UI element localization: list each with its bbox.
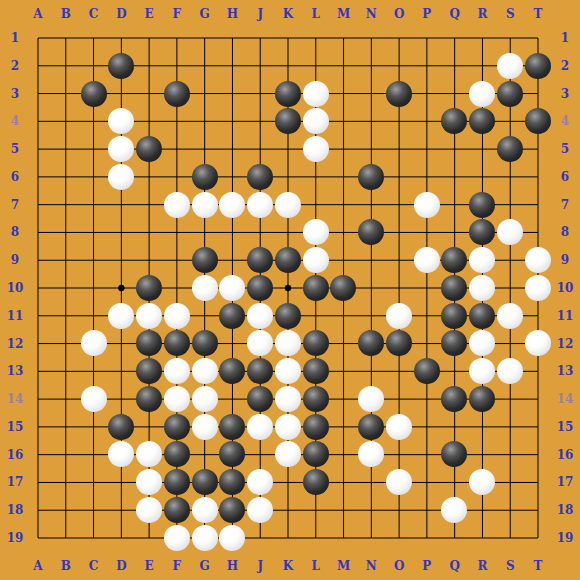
cell-N1[interactable] (357, 24, 385, 52)
cell-K8[interactable] (274, 218, 302, 246)
cell-A18[interactable] (24, 496, 52, 524)
cell-A15[interactable] (24, 413, 52, 441)
cell-Q14[interactable] (441, 385, 469, 413)
cell-P5[interactable] (413, 135, 441, 163)
cell-G5[interactable] (191, 135, 219, 163)
cell-H4[interactable] (218, 107, 246, 135)
cell-Q11[interactable] (441, 302, 469, 330)
cell-G4[interactable] (191, 107, 219, 135)
cell-T9[interactable] (524, 246, 552, 274)
cell-O6[interactable] (385, 163, 413, 191)
cell-S13[interactable] (496, 357, 524, 385)
cell-E5[interactable] (135, 135, 163, 163)
cell-K10[interactable] (274, 274, 302, 302)
cell-C13[interactable] (80, 357, 108, 385)
cell-G1[interactable] (191, 24, 219, 52)
cell-O18[interactable] (385, 496, 413, 524)
cell-M13[interactable] (330, 357, 358, 385)
cell-J1[interactable] (246, 24, 274, 52)
cell-Q12[interactable] (441, 330, 469, 358)
cell-O3[interactable] (385, 80, 413, 108)
cell-S15[interactable] (496, 413, 524, 441)
cell-J12[interactable] (246, 330, 274, 358)
cell-R1[interactable] (468, 24, 496, 52)
cell-F3[interactable] (163, 80, 191, 108)
cell-P14[interactable] (413, 385, 441, 413)
cell-J16[interactable] (246, 441, 274, 469)
cell-D10[interactable] (107, 274, 135, 302)
cell-L13[interactable] (302, 357, 330, 385)
cell-O10[interactable] (385, 274, 413, 302)
cell-Q19[interactable] (441, 524, 469, 552)
cell-S10[interactable] (496, 274, 524, 302)
cell-P17[interactable] (413, 468, 441, 496)
cell-E17[interactable] (135, 468, 163, 496)
cell-F15[interactable] (163, 413, 191, 441)
cell-Q2[interactable] (441, 52, 469, 80)
cell-B18[interactable] (52, 496, 80, 524)
cell-H14[interactable] (218, 385, 246, 413)
cell-G17[interactable] (191, 468, 219, 496)
cell-E9[interactable] (135, 246, 163, 274)
cell-B2[interactable] (52, 52, 80, 80)
cell-H12[interactable] (218, 330, 246, 358)
cell-L14[interactable] (302, 385, 330, 413)
cell-S1[interactable] (496, 24, 524, 52)
cell-Q7[interactable] (441, 191, 469, 219)
cell-C1[interactable] (80, 24, 108, 52)
cell-M10[interactable] (330, 274, 358, 302)
cell-Q15[interactable] (441, 413, 469, 441)
cell-F5[interactable] (163, 135, 191, 163)
cell-O15[interactable] (385, 413, 413, 441)
cell-C2[interactable] (80, 52, 108, 80)
cell-T2[interactable] (524, 52, 552, 80)
cell-N3[interactable] (357, 80, 385, 108)
cell-N16[interactable] (357, 441, 385, 469)
cell-D12[interactable] (107, 330, 135, 358)
cell-B19[interactable] (52, 524, 80, 552)
cell-A17[interactable] (24, 468, 52, 496)
cell-S18[interactable] (496, 496, 524, 524)
cell-O2[interactable] (385, 52, 413, 80)
cell-E8[interactable] (135, 218, 163, 246)
cell-H11[interactable] (218, 302, 246, 330)
cell-E19[interactable] (135, 524, 163, 552)
cell-N18[interactable] (357, 496, 385, 524)
cell-A5[interactable] (24, 135, 52, 163)
cell-G12[interactable] (191, 330, 219, 358)
cell-J13[interactable] (246, 357, 274, 385)
cell-K1[interactable] (274, 24, 302, 52)
cell-O17[interactable] (385, 468, 413, 496)
cell-R9[interactable] (468, 246, 496, 274)
cell-K5[interactable] (274, 135, 302, 163)
cell-H5[interactable] (218, 135, 246, 163)
cell-P7[interactable] (413, 191, 441, 219)
cell-D2[interactable] (107, 52, 135, 80)
cell-O16[interactable] (385, 441, 413, 469)
cell-N19[interactable] (357, 524, 385, 552)
cell-K12[interactable] (274, 330, 302, 358)
cell-T17[interactable] (524, 468, 552, 496)
cell-T4[interactable] (524, 107, 552, 135)
cell-M12[interactable] (330, 330, 358, 358)
cell-S2[interactable] (496, 52, 524, 80)
cell-D9[interactable] (107, 246, 135, 274)
cell-Q1[interactable] (441, 24, 469, 52)
cell-L7[interactable] (302, 191, 330, 219)
cell-F11[interactable] (163, 302, 191, 330)
cell-O7[interactable] (385, 191, 413, 219)
cell-D14[interactable] (107, 385, 135, 413)
cell-L3[interactable] (302, 80, 330, 108)
cell-O19[interactable] (385, 524, 413, 552)
cell-E11[interactable] (135, 302, 163, 330)
cell-R5[interactable] (468, 135, 496, 163)
cell-B11[interactable] (52, 302, 80, 330)
cell-M18[interactable] (330, 496, 358, 524)
cell-E13[interactable] (135, 357, 163, 385)
cell-O13[interactable] (385, 357, 413, 385)
cell-L19[interactable] (302, 524, 330, 552)
cell-S9[interactable] (496, 246, 524, 274)
cell-B4[interactable] (52, 107, 80, 135)
cell-C12[interactable] (80, 330, 108, 358)
cell-O1[interactable] (385, 24, 413, 52)
cell-K16[interactable] (274, 441, 302, 469)
cell-M17[interactable] (330, 468, 358, 496)
cell-L5[interactable] (302, 135, 330, 163)
cell-F8[interactable] (163, 218, 191, 246)
cell-E18[interactable] (135, 496, 163, 524)
cell-L9[interactable] (302, 246, 330, 274)
cell-C16[interactable] (80, 441, 108, 469)
cell-D4[interactable] (107, 107, 135, 135)
cell-J19[interactable] (246, 524, 274, 552)
cell-R14[interactable] (468, 385, 496, 413)
cell-L1[interactable] (302, 24, 330, 52)
cell-D11[interactable] (107, 302, 135, 330)
cell-E14[interactable] (135, 385, 163, 413)
cell-J4[interactable] (246, 107, 274, 135)
cell-C8[interactable] (80, 218, 108, 246)
cell-H3[interactable] (218, 80, 246, 108)
cell-F19[interactable] (163, 524, 191, 552)
cell-P15[interactable] (413, 413, 441, 441)
cell-O12[interactable] (385, 330, 413, 358)
cell-J15[interactable] (246, 413, 274, 441)
cell-M14[interactable] (330, 385, 358, 413)
cell-B12[interactable] (52, 330, 80, 358)
cell-S5[interactable] (496, 135, 524, 163)
cell-C14[interactable] (80, 385, 108, 413)
cell-A3[interactable] (24, 80, 52, 108)
cell-P9[interactable] (413, 246, 441, 274)
cell-K17[interactable] (274, 468, 302, 496)
cell-R19[interactable] (468, 524, 496, 552)
cell-F4[interactable] (163, 107, 191, 135)
cell-Q5[interactable] (441, 135, 469, 163)
cell-K11[interactable] (274, 302, 302, 330)
cell-A2[interactable] (24, 52, 52, 80)
cell-G11[interactable] (191, 302, 219, 330)
cell-D16[interactable] (107, 441, 135, 469)
cell-K4[interactable] (274, 107, 302, 135)
cell-R15[interactable] (468, 413, 496, 441)
cell-G9[interactable] (191, 246, 219, 274)
cell-F16[interactable] (163, 441, 191, 469)
cell-M7[interactable] (330, 191, 358, 219)
cell-F6[interactable] (163, 163, 191, 191)
cell-Q18[interactable] (441, 496, 469, 524)
cell-E15[interactable] (135, 413, 163, 441)
cell-E3[interactable] (135, 80, 163, 108)
cell-L12[interactable] (302, 330, 330, 358)
cell-P19[interactable] (413, 524, 441, 552)
cell-H1[interactable] (218, 24, 246, 52)
cell-H15[interactable] (218, 413, 246, 441)
cell-G13[interactable] (191, 357, 219, 385)
cell-C18[interactable] (80, 496, 108, 524)
cell-F7[interactable] (163, 191, 191, 219)
cell-N6[interactable] (357, 163, 385, 191)
cell-P3[interactable] (413, 80, 441, 108)
cell-G15[interactable] (191, 413, 219, 441)
cell-B10[interactable] (52, 274, 80, 302)
cell-R6[interactable] (468, 163, 496, 191)
cell-O4[interactable] (385, 107, 413, 135)
cell-G8[interactable] (191, 218, 219, 246)
cell-A11[interactable] (24, 302, 52, 330)
cell-A6[interactable] (24, 163, 52, 191)
cell-C19[interactable] (80, 524, 108, 552)
cell-S17[interactable] (496, 468, 524, 496)
cell-T19[interactable] (524, 524, 552, 552)
cell-T1[interactable] (524, 24, 552, 52)
cell-N9[interactable] (357, 246, 385, 274)
cell-T18[interactable] (524, 496, 552, 524)
cell-R17[interactable] (468, 468, 496, 496)
cell-F10[interactable] (163, 274, 191, 302)
cell-T15[interactable] (524, 413, 552, 441)
cell-N12[interactable] (357, 330, 385, 358)
cell-B3[interactable] (52, 80, 80, 108)
cell-E12[interactable] (135, 330, 163, 358)
cell-H7[interactable] (218, 191, 246, 219)
cell-H19[interactable] (218, 524, 246, 552)
cell-N2[interactable] (357, 52, 385, 80)
cell-R10[interactable] (468, 274, 496, 302)
cell-O11[interactable] (385, 302, 413, 330)
cell-T12[interactable] (524, 330, 552, 358)
cell-T6[interactable] (524, 163, 552, 191)
cell-D1[interactable] (107, 24, 135, 52)
cell-B14[interactable] (52, 385, 80, 413)
cell-P8[interactable] (413, 218, 441, 246)
cell-B17[interactable] (52, 468, 80, 496)
cell-J18[interactable] (246, 496, 274, 524)
cell-O8[interactable] (385, 218, 413, 246)
cell-R16[interactable] (468, 441, 496, 469)
cell-N14[interactable] (357, 385, 385, 413)
cell-C11[interactable] (80, 302, 108, 330)
cell-M9[interactable] (330, 246, 358, 274)
cell-C5[interactable] (80, 135, 108, 163)
cell-J3[interactable] (246, 80, 274, 108)
cell-Q17[interactable] (441, 468, 469, 496)
cell-F13[interactable] (163, 357, 191, 385)
cell-F12[interactable] (163, 330, 191, 358)
cell-T5[interactable] (524, 135, 552, 163)
cell-G7[interactable] (191, 191, 219, 219)
cell-A8[interactable] (24, 218, 52, 246)
cell-B16[interactable] (52, 441, 80, 469)
cell-M5[interactable] (330, 135, 358, 163)
cell-L18[interactable] (302, 496, 330, 524)
cell-L6[interactable] (302, 163, 330, 191)
cell-L17[interactable] (302, 468, 330, 496)
cell-G6[interactable] (191, 163, 219, 191)
cell-P6[interactable] (413, 163, 441, 191)
cell-D5[interactable] (107, 135, 135, 163)
cell-E7[interactable] (135, 191, 163, 219)
cell-G14[interactable] (191, 385, 219, 413)
cell-J14[interactable] (246, 385, 274, 413)
cell-E4[interactable] (135, 107, 163, 135)
cell-L11[interactable] (302, 302, 330, 330)
cell-D13[interactable] (107, 357, 135, 385)
cell-H6[interactable] (218, 163, 246, 191)
cell-A1[interactable] (24, 24, 52, 52)
cell-B8[interactable] (52, 218, 80, 246)
cell-S19[interactable] (496, 524, 524, 552)
cell-M15[interactable] (330, 413, 358, 441)
cell-G2[interactable] (191, 52, 219, 80)
cell-B13[interactable] (52, 357, 80, 385)
cell-B1[interactable] (52, 24, 80, 52)
cell-D6[interactable] (107, 163, 135, 191)
cell-K7[interactable] (274, 191, 302, 219)
cell-E16[interactable] (135, 441, 163, 469)
cell-C4[interactable] (80, 107, 108, 135)
cell-H16[interactable] (218, 441, 246, 469)
cell-C17[interactable] (80, 468, 108, 496)
cell-N10[interactable] (357, 274, 385, 302)
cell-L10[interactable] (302, 274, 330, 302)
cell-B7[interactable] (52, 191, 80, 219)
cell-P11[interactable] (413, 302, 441, 330)
cell-A16[interactable] (24, 441, 52, 469)
cell-S3[interactable] (496, 80, 524, 108)
cell-J8[interactable] (246, 218, 274, 246)
cell-P2[interactable] (413, 52, 441, 80)
cell-R4[interactable] (468, 107, 496, 135)
cell-A10[interactable] (24, 274, 52, 302)
cell-G3[interactable] (191, 80, 219, 108)
cell-F17[interactable] (163, 468, 191, 496)
cell-J2[interactable] (246, 52, 274, 80)
cell-K15[interactable] (274, 413, 302, 441)
cell-J7[interactable] (246, 191, 274, 219)
cell-M8[interactable] (330, 218, 358, 246)
cell-E10[interactable] (135, 274, 163, 302)
cell-F14[interactable] (163, 385, 191, 413)
cell-R3[interactable] (468, 80, 496, 108)
cell-M2[interactable] (330, 52, 358, 80)
cell-S6[interactable] (496, 163, 524, 191)
cell-D17[interactable] (107, 468, 135, 496)
cell-P18[interactable] (413, 496, 441, 524)
cell-M16[interactable] (330, 441, 358, 469)
cell-D8[interactable] (107, 218, 135, 246)
cell-H18[interactable] (218, 496, 246, 524)
cell-E1[interactable] (135, 24, 163, 52)
cell-D15[interactable] (107, 413, 135, 441)
cell-L2[interactable] (302, 52, 330, 80)
cell-O9[interactable] (385, 246, 413, 274)
cell-B15[interactable] (52, 413, 80, 441)
cell-H17[interactable] (218, 468, 246, 496)
cell-N17[interactable] (357, 468, 385, 496)
cell-T7[interactable] (524, 191, 552, 219)
cell-M6[interactable] (330, 163, 358, 191)
cell-T11[interactable] (524, 302, 552, 330)
cell-K14[interactable] (274, 385, 302, 413)
cell-J6[interactable] (246, 163, 274, 191)
cell-H9[interactable] (218, 246, 246, 274)
cell-C7[interactable] (80, 191, 108, 219)
cell-A7[interactable] (24, 191, 52, 219)
cell-A14[interactable] (24, 385, 52, 413)
cell-K2[interactable] (274, 52, 302, 80)
cell-R7[interactable] (468, 191, 496, 219)
cell-N7[interactable] (357, 191, 385, 219)
cell-M11[interactable] (330, 302, 358, 330)
cell-H13[interactable] (218, 357, 246, 385)
cell-K18[interactable] (274, 496, 302, 524)
cell-C10[interactable] (80, 274, 108, 302)
cell-M3[interactable] (330, 80, 358, 108)
cell-Q4[interactable] (441, 107, 469, 135)
cell-P10[interactable] (413, 274, 441, 302)
cell-C6[interactable] (80, 163, 108, 191)
cell-H8[interactable] (218, 218, 246, 246)
cell-O14[interactable] (385, 385, 413, 413)
cell-F18[interactable] (163, 496, 191, 524)
cell-Q9[interactable] (441, 246, 469, 274)
cell-N8[interactable] (357, 218, 385, 246)
cell-N11[interactable] (357, 302, 385, 330)
cell-S8[interactable] (496, 218, 524, 246)
cell-P16[interactable] (413, 441, 441, 469)
cell-Q10[interactable] (441, 274, 469, 302)
cell-R11[interactable] (468, 302, 496, 330)
cell-S7[interactable] (496, 191, 524, 219)
cell-Q6[interactable] (441, 163, 469, 191)
cell-D7[interactable] (107, 191, 135, 219)
cell-S12[interactable] (496, 330, 524, 358)
cell-J11[interactable] (246, 302, 274, 330)
cell-L4[interactable] (302, 107, 330, 135)
cell-T16[interactable] (524, 441, 552, 469)
cell-H2[interactable] (218, 52, 246, 80)
cell-J5[interactable] (246, 135, 274, 163)
cell-K3[interactable] (274, 80, 302, 108)
cell-G10[interactable] (191, 274, 219, 302)
cell-R2[interactable] (468, 52, 496, 80)
cell-C3[interactable] (80, 80, 108, 108)
